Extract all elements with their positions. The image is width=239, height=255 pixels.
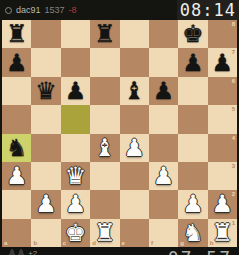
square-c3[interactable]: ♛ — [61, 162, 90, 190]
rank-label-8: 8 — [232, 21, 235, 27]
square-h4[interactable]: 4 — [208, 134, 237, 162]
black-king[interactable]: ♚ — [178, 20, 207, 48]
square-c1[interactable]: c♚ — [61, 219, 90, 247]
black-rook[interactable]: ♜ — [2, 20, 31, 48]
square-h6[interactable]: 6 — [208, 77, 237, 105]
white-pawn[interactable]: ♟ — [178, 190, 207, 218]
bottom-player-bar: ♟ ♟ +2 07:57 — [0, 247, 239, 255]
square-c4[interactable] — [61, 134, 90, 162]
square-c7[interactable] — [61, 48, 90, 76]
square-b8[interactable] — [31, 20, 60, 48]
captured-pawn-icon: ♟ — [8, 249, 16, 255]
square-h1[interactable]: 1h♜ — [208, 219, 237, 247]
white-rook[interactable]: ♜ — [90, 219, 119, 247]
online-status-icon — [5, 7, 12, 14]
square-g2[interactable]: ♟ — [178, 190, 207, 218]
square-a5[interactable] — [2, 105, 31, 133]
square-a6[interactable] — [2, 77, 31, 105]
black-knight[interactable]: ♞ — [2, 134, 31, 162]
square-h5[interactable]: 5 — [208, 105, 237, 133]
square-c8[interactable] — [61, 20, 90, 48]
square-e8[interactable] — [120, 20, 149, 48]
top-player-name: dac91 — [16, 5, 41, 15]
square-h3[interactable]: 3 — [208, 162, 237, 190]
black-pawn[interactable]: ♟ — [178, 48, 207, 76]
file-label-a: a — [4, 240, 7, 246]
square-f2[interactable] — [149, 190, 178, 218]
file-label-f: f — [151, 240, 153, 246]
square-f3[interactable]: ♟ — [149, 162, 178, 190]
square-b5[interactable] — [31, 105, 60, 133]
white-knight[interactable]: ♞ — [178, 219, 207, 247]
square-d5[interactable] — [90, 105, 119, 133]
black-bishop[interactable]: ♝ — [120, 77, 149, 105]
square-f4[interactable] — [149, 134, 178, 162]
file-label-b: b — [33, 240, 37, 246]
black-pawn[interactable]: ♟ — [2, 48, 31, 76]
square-e6[interactable]: ♝ — [120, 77, 149, 105]
square-c6[interactable]: ♟ — [61, 77, 90, 105]
top-player-rating: 1537 — [45, 5, 65, 15]
square-b3[interactable] — [31, 162, 60, 190]
file-label-e: e — [122, 240, 125, 246]
top-player-info[interactable]: dac91 1537 -8 — [5, 5, 77, 15]
square-g5[interactable] — [178, 105, 207, 133]
black-pawn[interactable]: ♟ — [149, 77, 178, 105]
square-f8[interactable] — [149, 20, 178, 48]
square-g4[interactable] — [178, 134, 207, 162]
square-a4[interactable]: ♞ — [2, 134, 31, 162]
square-h2[interactable]: 2♟ — [208, 190, 237, 218]
square-d6[interactable] — [90, 77, 119, 105]
square-e3[interactable] — [120, 162, 149, 190]
square-b6[interactable]: ♛ — [31, 77, 60, 105]
square-b4[interactable] — [31, 134, 60, 162]
black-rook[interactable]: ♜ — [90, 20, 119, 48]
square-d7[interactable] — [90, 48, 119, 76]
white-pawn[interactable]: ♟ — [2, 162, 31, 190]
square-f6[interactable]: ♟ — [149, 77, 178, 105]
square-g3[interactable] — [178, 162, 207, 190]
white-pawn[interactable]: ♟ — [61, 190, 90, 218]
black-pawn[interactable]: ♟ — [61, 77, 90, 105]
square-c2[interactable]: ♟ — [61, 190, 90, 218]
white-rook[interactable]: ♜ — [208, 219, 237, 247]
square-e5[interactable] — [120, 105, 149, 133]
bottom-player-clock: 07:57 — [165, 247, 235, 255]
square-b7[interactable] — [31, 48, 60, 76]
black-queen[interactable]: ♛ — [31, 77, 60, 105]
square-a7[interactable]: ♟ — [2, 48, 31, 76]
square-a2[interactable] — [2, 190, 31, 218]
square-d8[interactable]: ♜ — [90, 20, 119, 48]
captured-pawn-icon: ♟ — [17, 249, 25, 255]
square-d3[interactable] — [90, 162, 119, 190]
square-h8[interactable]: 8 — [208, 20, 237, 48]
square-h7[interactable]: 7♟ — [208, 48, 237, 76]
material-advantage: +2 — [28, 249, 37, 255]
square-d1[interactable]: d♜ — [90, 219, 119, 247]
rank-label-6: 6 — [232, 78, 235, 84]
square-c5[interactable] — [61, 105, 90, 133]
white-pawn[interactable]: ♟ — [149, 162, 178, 190]
top-player-clock: 08:14 — [177, 0, 239, 20]
white-pawn[interactable]: ♟ — [208, 190, 237, 218]
square-a1[interactable]: a — [2, 219, 31, 247]
captured-pieces-tray: ♟ ♟ +2 — [8, 249, 37, 255]
white-bishop[interactable]: ♝ — [90, 134, 119, 162]
square-g6[interactable] — [178, 77, 207, 105]
square-e1[interactable]: e — [120, 219, 149, 247]
square-b2[interactable]: ♟ — [31, 190, 60, 218]
black-pawn[interactable]: ♟ — [208, 48, 237, 76]
square-d2[interactable] — [90, 190, 119, 218]
square-e4[interactable]: ♟ — [120, 134, 149, 162]
square-e2[interactable] — [120, 190, 149, 218]
square-g1[interactable]: g♞ — [178, 219, 207, 247]
square-f5[interactable] — [149, 105, 178, 133]
square-b1[interactable]: b — [31, 219, 60, 247]
square-d4[interactable]: ♝ — [90, 134, 119, 162]
chess-board[interactable]: ♜♜♚8♟♟7♟♛♟♝♟65♞♝♟4♟♛♟3♟♟♟2♟abc♚d♜efg♞1h♜ — [2, 20, 237, 247]
square-g8[interactable]: ♚ — [178, 20, 207, 48]
rank-label-3: 3 — [232, 163, 235, 169]
top-player-rating-change: -8 — [69, 5, 77, 15]
white-king[interactable]: ♚ — [61, 219, 90, 247]
white-pawn[interactable]: ♟ — [120, 134, 149, 162]
rank-label-4: 4 — [232, 135, 235, 141]
square-g7[interactable]: ♟ — [178, 48, 207, 76]
square-a3[interactable]: ♟ — [2, 162, 31, 190]
white-queen[interactable]: ♛ — [61, 162, 90, 190]
top-player-bar: dac91 1537 -8 08:14 — [0, 0, 239, 20]
square-f7[interactable] — [149, 48, 178, 76]
square-e7[interactable] — [120, 48, 149, 76]
square-f1[interactable]: f — [149, 219, 178, 247]
rank-label-5: 5 — [232, 106, 235, 112]
white-pawn[interactable]: ♟ — [31, 190, 60, 218]
square-a8[interactable]: ♜ — [2, 20, 31, 48]
